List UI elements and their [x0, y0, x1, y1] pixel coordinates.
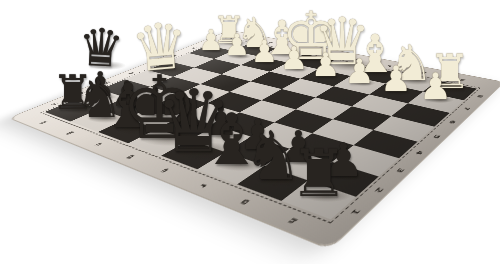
piece-white-pawn-g7[interactable]: ♟ [380, 62, 412, 97]
piece-black-rook-h1[interactable]: ♜ [289, 141, 348, 207]
piece-white-pawn-a7[interactable]: ♟ [198, 27, 224, 56]
piece-white-pawn-f7[interactable]: ♟ [344, 55, 374, 89]
piece-white-pawn-e7[interactable]: ♟ [311, 48, 340, 81]
chess-product-photo: aa88bb77cc66dd55ee44ff33gg22hh11 ♜♞♝♚♛♝♞… [0, 0, 500, 264]
piece-white-pawn-b7[interactable]: ♟ [224, 32, 250, 61]
piece-white-pawn-d7[interactable]: ♟ [280, 42, 308, 73]
piece-white-pawn-h7[interactable]: ♟ [419, 69, 452, 106]
piece-white-pawn-c7[interactable]: ♟ [251, 37, 278, 67]
